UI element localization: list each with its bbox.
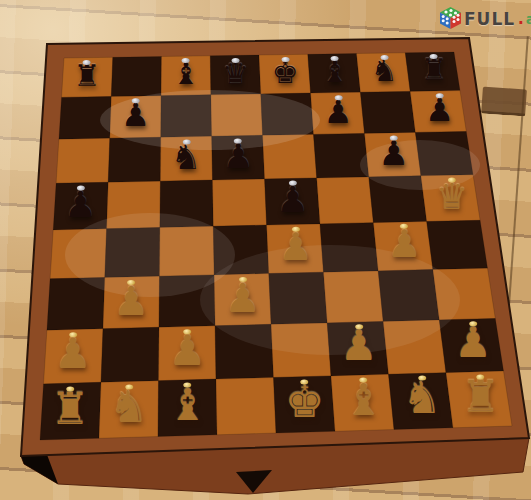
piece-white-pawn-f2[interactable]: ♟ (340, 325, 378, 367)
piece-black-knight-g8[interactable]: ♞ (371, 56, 398, 86)
piece-white-pawn-b3[interactable]: ♟ (113, 281, 149, 321)
piece-white-pawn-c2[interactable]: ♟ (168, 330, 206, 372)
piece-white-pawn-d3[interactable]: ♟ (225, 278, 261, 318)
piece-white-rook-a1[interactable]: ♜ (50, 387, 89, 431)
watermark-full-am: FULL.am (439, 6, 531, 31)
piece-white-queen-h5[interactable]: ♛ (436, 178, 468, 214)
square-d5[interactable] (213, 179, 267, 226)
square-h4[interactable] (427, 220, 488, 269)
piece-white-rook-h1[interactable]: ♜ (461, 375, 500, 419)
watermark-dot: . (518, 10, 524, 28)
piece-black-pawn-f7[interactable]: ♟ (324, 96, 353, 128)
piece-black-bishop-f8[interactable]: ♝ (321, 57, 348, 87)
piece-black-pawn-e5[interactable]: ♟ (277, 182, 309, 218)
piece-black-rook-h8[interactable]: ♜ (420, 55, 447, 85)
piece-black-knight-c6[interactable]: ♞ (171, 140, 201, 174)
square-g7[interactable] (360, 91, 415, 133)
piece-white-bishop-f1[interactable]: ♝ (344, 378, 383, 422)
square-b8[interactable] (111, 57, 161, 97)
square-f5[interactable] (317, 177, 374, 224)
piece-black-king-e8[interactable]: ♚ (272, 58, 299, 88)
piece-white-pawn-g4[interactable]: ♟ (387, 225, 421, 263)
piece-black-pawn-a5[interactable]: ♟ (64, 186, 96, 222)
watermark-tld: am (526, 11, 531, 27)
watermark-brand: FULL (464, 9, 515, 29)
piece-black-queen-d8[interactable]: ♛ (222, 59, 249, 89)
piece-black-pawn-d6[interactable]: ♟ (223, 139, 253, 173)
piece-white-pawn-h2[interactable]: ♟ (454, 322, 492, 364)
piece-black-pawn-g6[interactable]: ♟ (379, 136, 409, 170)
piece-white-king-e1[interactable]: ♚ (285, 380, 324, 424)
square-d1[interactable] (216, 378, 276, 435)
square-b2[interactable] (101, 327, 159, 382)
piece-white-bishop-c1[interactable]: ♝ (168, 384, 207, 428)
square-f6[interactable] (314, 133, 369, 178)
square-a6[interactable] (56, 138, 110, 183)
piece-white-pawn-a2[interactable]: ♟ (54, 333, 92, 375)
piece-black-rook-a8[interactable]: ♜ (73, 61, 100, 91)
piece-black-pawn-b7[interactable]: ♟ (121, 100, 150, 132)
piece-white-pawn-e4[interactable]: ♟ (278, 228, 312, 266)
piece-black-pawn-h7[interactable]: ♟ (425, 94, 454, 126)
piece-black-bishop-c8[interactable]: ♝ (173, 59, 200, 89)
chess-set-photo: ♜♝♛♚♝♞♜♟♟♟♞♟♟♟♟♛♟♟♟♟♟♟♟♟♜♞♝♚♝♞♜ FULL.am (0, 0, 531, 500)
piece-white-knight-b1[interactable]: ♞ (109, 385, 148, 429)
cube-logo-icon (439, 6, 462, 31)
piece-white-knight-g1[interactable]: ♞ (402, 377, 441, 421)
